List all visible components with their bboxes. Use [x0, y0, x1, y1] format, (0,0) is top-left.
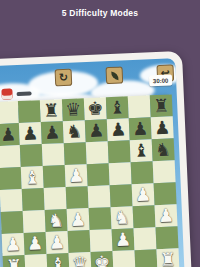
square-b6[interactable]: [20, 144, 43, 167]
square-f6[interactable]: [108, 140, 131, 163]
square-d1[interactable]: ♛: [69, 252, 92, 267]
square-d2[interactable]: [68, 230, 91, 253]
chess-board: ♜♛♚♝♜♟♟♟♞♟♟♟♟♝♞♝♟♟♞♟♞♟♟♟♟♟♜♝♛♚♜: [0, 94, 179, 267]
black-pawn: ♟: [151, 116, 174, 139]
square-c8[interactable]: ♜: [40, 99, 63, 122]
square-b1[interactable]: [25, 254, 48, 267]
square-g2[interactable]: [134, 227, 157, 250]
square-e6[interactable]: [86, 141, 109, 164]
black-rook: ♜: [150, 94, 173, 117]
square-a5[interactable]: [0, 167, 22, 190]
square-a2[interactable]: ♟: [2, 233, 25, 256]
square-e4[interactable]: [88, 185, 111, 208]
black-pawn: ♟: [0, 123, 20, 146]
black-pawn: ♟: [107, 118, 130, 141]
square-h3[interactable]: ♟: [155, 204, 178, 227]
square-a8[interactable]: [0, 101, 19, 124]
white-king: ♚: [91, 251, 114, 267]
square-f2[interactable]: ♟: [112, 228, 135, 251]
square-g6[interactable]: ♝: [130, 139, 153, 162]
black-knight: ♞: [152, 138, 175, 161]
square-f5[interactable]: [109, 162, 132, 185]
black-king: ♚: [84, 97, 107, 120]
white-pawn: ♟: [112, 228, 135, 251]
square-a4[interactable]: [0, 189, 23, 212]
square-g7[interactable]: ♟: [129, 117, 152, 140]
square-a7[interactable]: ♟: [0, 123, 20, 146]
square-a6[interactable]: [0, 145, 21, 168]
square-h1[interactable]: ♜: [156, 248, 179, 267]
white-pawn: ♟: [2, 233, 25, 256]
white-pawn: ♟: [132, 183, 155, 206]
black-bishop: ♝: [130, 139, 153, 162]
square-f7[interactable]: ♟: [107, 118, 130, 141]
app-screen: ↻ ↩ 30:00 ♜♛♚♝♜♟♟♟♞♟♟♟♟♝♞♝♟♟♞♟♞♟♟♟♟♟♜♝♛♚…: [0, 58, 185, 267]
square-h8[interactable]: ♜: [150, 94, 173, 117]
square-e1[interactable]: ♚: [91, 251, 114, 267]
refresh-icon: ↻: [59, 72, 69, 83]
square-c3[interactable]: ♞: [45, 209, 68, 232]
square-d6[interactable]: [64, 142, 87, 165]
hint-button[interactable]: [106, 66, 124, 84]
black-knight: ♞: [63, 120, 86, 143]
white-rook: ♜: [3, 255, 26, 267]
black-bishop: ♝: [106, 96, 129, 119]
square-h7[interactable]: ♟: [151, 116, 174, 139]
square-h6[interactable]: ♞: [152, 138, 175, 161]
square-g8[interactable]: [128, 95, 151, 118]
square-b3[interactable]: [23, 210, 46, 233]
opponent-name-label: [17, 91, 32, 96]
black-pawn: ♟: [41, 121, 64, 144]
white-pawn: ♟: [155, 204, 178, 227]
square-f1[interactable]: [113, 250, 136, 267]
leaf-icon: [110, 71, 119, 80]
black-rook: ♜: [40, 99, 63, 122]
square-b4[interactable]: [22, 188, 45, 211]
timer-badge: 30:00: [149, 74, 172, 86]
restart-button[interactable]: ↻: [55, 69, 73, 87]
square-g5[interactable]: [131, 161, 154, 184]
tablet-device: ↻ ↩ 30:00 ♜♛♚♝♜♟♟♟♞♟♟♟♟♝♞♝♟♟♞♟♞♟♟♟♟♟♜♝♛♚…: [0, 51, 192, 267]
black-pawn: ♟: [85, 119, 108, 142]
square-h2[interactable]: [156, 226, 179, 249]
white-pawn: ♟: [24, 232, 47, 255]
white-queen: ♛: [69, 252, 92, 267]
square-e7[interactable]: ♟: [85, 119, 108, 142]
square-e8[interactable]: ♚: [84, 97, 107, 120]
square-d7[interactable]: ♞: [63, 120, 86, 143]
square-d8[interactable]: ♛: [62, 98, 85, 121]
square-g4[interactable]: ♟: [132, 183, 155, 206]
square-d3[interactable]: ♟: [67, 208, 90, 231]
square-g3[interactable]: [133, 205, 156, 228]
square-a1[interactable]: ♜: [3, 255, 26, 267]
white-pawn: ♟: [65, 164, 88, 187]
black-queen: ♛: [62, 98, 85, 121]
square-h4[interactable]: [154, 182, 177, 205]
square-g1[interactable]: [135, 249, 158, 267]
white-pawn: ♟: [46, 231, 69, 254]
square-e3[interactable]: [89, 207, 112, 230]
square-h5[interactable]: [153, 160, 176, 183]
square-c6[interactable]: [42, 143, 65, 166]
black-pawn: ♟: [129, 117, 152, 140]
square-f8[interactable]: ♝: [106, 96, 129, 119]
square-c7[interactable]: ♟: [41, 121, 64, 144]
white-rook: ♜: [156, 248, 179, 267]
square-c1[interactable]: ♝: [47, 253, 70, 267]
white-knight: ♞: [45, 209, 68, 232]
opponent-avatar: [1, 88, 12, 99]
square-e2[interactable]: [90, 229, 113, 252]
square-a3[interactable]: [1, 211, 24, 234]
square-e5[interactable]: [87, 163, 110, 186]
square-f4[interactable]: [110, 184, 133, 207]
square-f3[interactable]: ♞: [111, 206, 134, 229]
square-c4[interactable]: [44, 187, 67, 210]
square-d4[interactable]: [66, 186, 89, 209]
square-b8[interactable]: [18, 100, 41, 123]
black-pawn: ♟: [19, 122, 42, 145]
square-b2[interactable]: ♟: [24, 232, 47, 255]
white-bishop: ♝: [47, 253, 70, 267]
square-d5[interactable]: ♟: [65, 164, 88, 187]
white-pawn: ♟: [67, 208, 90, 231]
white-knight: ♞: [111, 206, 134, 229]
square-b5[interactable]: ♝: [21, 166, 44, 189]
white-bishop: ♝: [21, 166, 44, 189]
screenshot-root: 5 Difficulty Modes ↻ ↩ 30:00 ♜♛♚♝♜♟♟♟♞♟♟…: [0, 0, 200, 267]
square-c5[interactable]: [43, 165, 66, 188]
square-c2[interactable]: ♟: [46, 231, 69, 254]
page-title: 5 Difficulty Modes: [0, 8, 200, 18]
square-b7[interactable]: ♟: [19, 122, 42, 145]
